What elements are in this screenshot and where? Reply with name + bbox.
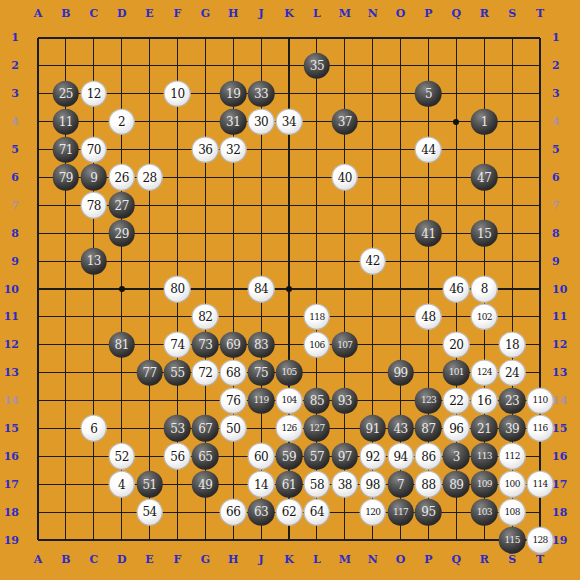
intersection-G16[interactable]: 65 bbox=[191, 442, 219, 470]
intersection-S16[interactable]: 112 bbox=[498, 442, 526, 470]
intersection-P16[interactable]: 86 bbox=[415, 442, 443, 470]
intersection-L9[interactable] bbox=[303, 247, 331, 275]
intersection-E18[interactable]: 54 bbox=[136, 498, 164, 526]
intersection-O19[interactable] bbox=[387, 526, 415, 554]
intersection-L3[interactable] bbox=[303, 80, 331, 108]
intersection-G17[interactable]: 49 bbox=[191, 470, 219, 498]
intersection-P6[interactable] bbox=[415, 164, 443, 192]
intersection-J1[interactable] bbox=[247, 24, 275, 52]
intersection-Q17[interactable]: 89 bbox=[442, 470, 470, 498]
intersection-R15[interactable]: 21 bbox=[470, 415, 498, 443]
intersection-Q18[interactable] bbox=[442, 498, 470, 526]
intersection-A10[interactable] bbox=[24, 275, 52, 303]
intersection-C10[interactable] bbox=[80, 275, 108, 303]
intersection-L19[interactable] bbox=[303, 526, 331, 554]
intersection-J13[interactable]: 75 bbox=[247, 359, 275, 387]
intersection-N1[interactable] bbox=[359, 24, 387, 52]
intersection-J7[interactable] bbox=[247, 191, 275, 219]
intersection-L14[interactable]: 85 bbox=[303, 387, 331, 415]
intersection-N18[interactable]: 120 bbox=[359, 498, 387, 526]
intersection-D5[interactable] bbox=[108, 136, 136, 164]
intersection-K16[interactable]: 59 bbox=[275, 442, 303, 470]
intersection-O13[interactable]: 99 bbox=[387, 359, 415, 387]
intersection-A16[interactable] bbox=[24, 442, 52, 470]
intersection-P19[interactable] bbox=[415, 526, 443, 554]
intersection-E13[interactable]: 77 bbox=[136, 359, 164, 387]
intersection-C5[interactable]: 70 bbox=[80, 136, 108, 164]
intersection-H10[interactable] bbox=[219, 275, 247, 303]
intersection-D1[interactable] bbox=[108, 24, 136, 52]
intersection-P7[interactable] bbox=[415, 191, 443, 219]
intersection-S14[interactable]: 23 bbox=[498, 387, 526, 415]
intersection-R18[interactable]: 103 bbox=[470, 498, 498, 526]
intersection-T5[interactable] bbox=[526, 136, 554, 164]
intersection-A17[interactable] bbox=[24, 470, 52, 498]
intersection-F10[interactable]: 80 bbox=[164, 275, 192, 303]
intersection-F9[interactable] bbox=[164, 247, 192, 275]
intersection-F2[interactable] bbox=[164, 52, 192, 80]
intersection-G5[interactable]: 36 bbox=[191, 136, 219, 164]
intersection-P18[interactable]: 95 bbox=[415, 498, 443, 526]
intersection-J6[interactable] bbox=[247, 164, 275, 192]
intersection-J12[interactable]: 83 bbox=[247, 331, 275, 359]
intersection-D13[interactable] bbox=[108, 359, 136, 387]
intersection-F19[interactable] bbox=[164, 526, 192, 554]
intersection-T14[interactable]: 110 bbox=[526, 387, 554, 415]
intersection-G3[interactable] bbox=[191, 80, 219, 108]
intersection-O15[interactable]: 43 bbox=[387, 415, 415, 443]
intersection-C4[interactable] bbox=[80, 108, 108, 136]
intersection-R17[interactable]: 109 bbox=[470, 470, 498, 498]
intersection-H12[interactable]: 69 bbox=[219, 331, 247, 359]
intersection-B6[interactable]: 79 bbox=[52, 164, 80, 192]
intersection-M11[interactable] bbox=[331, 303, 359, 331]
intersection-N19[interactable] bbox=[359, 526, 387, 554]
intersection-J2[interactable] bbox=[247, 52, 275, 80]
intersection-P12[interactable] bbox=[415, 331, 443, 359]
intersection-N17[interactable]: 98 bbox=[359, 470, 387, 498]
intersection-E6[interactable]: 28 bbox=[136, 164, 164, 192]
intersection-T11[interactable] bbox=[526, 303, 554, 331]
intersection-B1[interactable] bbox=[52, 24, 80, 52]
intersection-L1[interactable] bbox=[303, 24, 331, 52]
intersection-L5[interactable] bbox=[303, 136, 331, 164]
intersection-O12[interactable] bbox=[387, 331, 415, 359]
intersection-E15[interactable] bbox=[136, 415, 164, 443]
intersection-O5[interactable] bbox=[387, 136, 415, 164]
intersection-Q2[interactable] bbox=[442, 52, 470, 80]
intersection-F4[interactable] bbox=[164, 108, 192, 136]
intersection-P13[interactable] bbox=[415, 359, 443, 387]
intersection-F5[interactable] bbox=[164, 136, 192, 164]
intersection-D4[interactable]: 2 bbox=[108, 108, 136, 136]
intersection-B11[interactable] bbox=[52, 303, 80, 331]
intersection-K1[interactable] bbox=[275, 24, 303, 52]
intersection-B9[interactable] bbox=[52, 247, 80, 275]
intersection-B2[interactable] bbox=[52, 52, 80, 80]
intersection-C15[interactable]: 6 bbox=[80, 415, 108, 443]
intersection-Q8[interactable] bbox=[442, 219, 470, 247]
intersection-A11[interactable] bbox=[24, 303, 52, 331]
intersection-R3[interactable] bbox=[470, 80, 498, 108]
intersection-M14[interactable]: 93 bbox=[331, 387, 359, 415]
intersection-L4[interactable] bbox=[303, 108, 331, 136]
intersection-B8[interactable] bbox=[52, 219, 80, 247]
intersection-M3[interactable] bbox=[331, 80, 359, 108]
intersection-D19[interactable] bbox=[108, 526, 136, 554]
intersection-C14[interactable] bbox=[80, 387, 108, 415]
intersection-T10[interactable] bbox=[526, 275, 554, 303]
intersection-R1[interactable] bbox=[470, 24, 498, 52]
intersection-K2[interactable] bbox=[275, 52, 303, 80]
intersection-T19[interactable]: 128 bbox=[526, 526, 554, 554]
intersection-M2[interactable] bbox=[331, 52, 359, 80]
intersection-M10[interactable] bbox=[331, 275, 359, 303]
intersection-M18[interactable] bbox=[331, 498, 359, 526]
intersection-E5[interactable] bbox=[136, 136, 164, 164]
intersection-S18[interactable]: 108 bbox=[498, 498, 526, 526]
intersection-R4[interactable]: 1 bbox=[470, 108, 498, 136]
intersection-D17[interactable]: 4 bbox=[108, 470, 136, 498]
intersection-G14[interactable] bbox=[191, 387, 219, 415]
intersection-H18[interactable]: 66 bbox=[219, 498, 247, 526]
intersection-A13[interactable] bbox=[24, 359, 52, 387]
intersection-A12[interactable] bbox=[24, 331, 52, 359]
intersection-G1[interactable] bbox=[191, 24, 219, 52]
intersection-P14[interactable]: 123 bbox=[415, 387, 443, 415]
intersection-O9[interactable] bbox=[387, 247, 415, 275]
intersection-C8[interactable] bbox=[80, 219, 108, 247]
intersection-F14[interactable] bbox=[164, 387, 192, 415]
intersection-D14[interactable] bbox=[108, 387, 136, 415]
intersection-O8[interactable] bbox=[387, 219, 415, 247]
intersection-L7[interactable] bbox=[303, 191, 331, 219]
intersection-H17[interactable] bbox=[219, 470, 247, 498]
intersection-M6[interactable]: 40 bbox=[331, 164, 359, 192]
intersection-D6[interactable]: 26 bbox=[108, 164, 136, 192]
intersection-R5[interactable] bbox=[470, 136, 498, 164]
intersection-G10[interactable] bbox=[191, 275, 219, 303]
intersection-B4[interactable]: 11 bbox=[52, 108, 80, 136]
intersection-S7[interactable] bbox=[498, 191, 526, 219]
intersection-F18[interactable] bbox=[164, 498, 192, 526]
intersection-K8[interactable] bbox=[275, 219, 303, 247]
intersection-F12[interactable]: 74 bbox=[164, 331, 192, 359]
intersection-A18[interactable] bbox=[24, 498, 52, 526]
intersection-N16[interactable]: 92 bbox=[359, 442, 387, 470]
intersection-L18[interactable]: 64 bbox=[303, 498, 331, 526]
intersection-F16[interactable]: 56 bbox=[164, 442, 192, 470]
intersection-O6[interactable] bbox=[387, 164, 415, 192]
intersection-G18[interactable] bbox=[191, 498, 219, 526]
intersection-N10[interactable] bbox=[359, 275, 387, 303]
intersection-K19[interactable] bbox=[275, 526, 303, 554]
intersection-A2[interactable] bbox=[24, 52, 52, 80]
intersection-J5[interactable] bbox=[247, 136, 275, 164]
intersection-O10[interactable] bbox=[387, 275, 415, 303]
intersection-K13[interactable]: 105 bbox=[275, 359, 303, 387]
intersection-T12[interactable] bbox=[526, 331, 554, 359]
intersection-T15[interactable]: 116 bbox=[526, 415, 554, 443]
intersection-H2[interactable] bbox=[219, 52, 247, 80]
intersection-N6[interactable] bbox=[359, 164, 387, 192]
intersection-O11[interactable] bbox=[387, 303, 415, 331]
intersection-L15[interactable]: 127 bbox=[303, 415, 331, 443]
intersection-C9[interactable]: 13 bbox=[80, 247, 108, 275]
intersection-G9[interactable] bbox=[191, 247, 219, 275]
intersection-H14[interactable]: 76 bbox=[219, 387, 247, 415]
intersection-C7[interactable]: 78 bbox=[80, 191, 108, 219]
intersection-R13[interactable]: 124 bbox=[470, 359, 498, 387]
intersection-E10[interactable] bbox=[136, 275, 164, 303]
intersection-N2[interactable] bbox=[359, 52, 387, 80]
intersection-Q13[interactable]: 101 bbox=[442, 359, 470, 387]
intersection-Q6[interactable] bbox=[442, 164, 470, 192]
intersection-G12[interactable]: 73 bbox=[191, 331, 219, 359]
intersection-D12[interactable]: 81 bbox=[108, 331, 136, 359]
intersection-T8[interactable] bbox=[526, 219, 554, 247]
intersection-L10[interactable] bbox=[303, 275, 331, 303]
intersection-H13[interactable]: 68 bbox=[219, 359, 247, 387]
intersection-R7[interactable] bbox=[470, 191, 498, 219]
intersection-B17[interactable] bbox=[52, 470, 80, 498]
intersection-G13[interactable]: 72 bbox=[191, 359, 219, 387]
intersection-H7[interactable] bbox=[219, 191, 247, 219]
intersection-N8[interactable] bbox=[359, 219, 387, 247]
intersection-N14[interactable] bbox=[359, 387, 387, 415]
intersection-K11[interactable] bbox=[275, 303, 303, 331]
intersection-F17[interactable] bbox=[164, 470, 192, 498]
intersection-S17[interactable]: 100 bbox=[498, 470, 526, 498]
intersection-A15[interactable] bbox=[24, 415, 52, 443]
intersection-T9[interactable] bbox=[526, 247, 554, 275]
intersection-K6[interactable] bbox=[275, 164, 303, 192]
intersection-M17[interactable]: 38 bbox=[331, 470, 359, 498]
intersection-K5[interactable] bbox=[275, 136, 303, 164]
intersection-S15[interactable]: 39 bbox=[498, 415, 526, 443]
intersection-C13[interactable] bbox=[80, 359, 108, 387]
intersection-M7[interactable] bbox=[331, 191, 359, 219]
intersection-M4[interactable]: 37 bbox=[331, 108, 359, 136]
intersection-B15[interactable] bbox=[52, 415, 80, 443]
intersection-P3[interactable]: 5 bbox=[415, 80, 443, 108]
intersection-F7[interactable] bbox=[164, 191, 192, 219]
intersection-E3[interactable] bbox=[136, 80, 164, 108]
intersection-K18[interactable]: 62 bbox=[275, 498, 303, 526]
intersection-K12[interactable] bbox=[275, 331, 303, 359]
intersection-B16[interactable] bbox=[52, 442, 80, 470]
intersection-R9[interactable] bbox=[470, 247, 498, 275]
intersection-H6[interactable] bbox=[219, 164, 247, 192]
intersection-E11[interactable] bbox=[136, 303, 164, 331]
intersection-C12[interactable] bbox=[80, 331, 108, 359]
intersection-L8[interactable] bbox=[303, 219, 331, 247]
intersection-T3[interactable] bbox=[526, 80, 554, 108]
intersection-N4[interactable] bbox=[359, 108, 387, 136]
intersection-Q14[interactable]: 22 bbox=[442, 387, 470, 415]
intersection-G19[interactable] bbox=[191, 526, 219, 554]
intersection-D9[interactable] bbox=[108, 247, 136, 275]
intersection-B5[interactable]: 71 bbox=[52, 136, 80, 164]
intersection-J11[interactable] bbox=[247, 303, 275, 331]
intersection-L11[interactable]: 118 bbox=[303, 303, 331, 331]
intersection-D11[interactable] bbox=[108, 303, 136, 331]
intersection-G15[interactable]: 67 bbox=[191, 415, 219, 443]
intersection-S5[interactable] bbox=[498, 136, 526, 164]
intersection-J8[interactable] bbox=[247, 219, 275, 247]
intersection-M13[interactable] bbox=[331, 359, 359, 387]
intersection-Q12[interactable]: 20 bbox=[442, 331, 470, 359]
intersection-N11[interactable] bbox=[359, 303, 387, 331]
intersection-K15[interactable]: 126 bbox=[275, 415, 303, 443]
intersection-A1[interactable] bbox=[24, 24, 52, 52]
intersection-P5[interactable]: 44 bbox=[415, 136, 443, 164]
intersection-O7[interactable] bbox=[387, 191, 415, 219]
intersection-J10[interactable]: 84 bbox=[247, 275, 275, 303]
intersection-H19[interactable] bbox=[219, 526, 247, 554]
intersection-H5[interactable]: 32 bbox=[219, 136, 247, 164]
intersection-O16[interactable]: 94 bbox=[387, 442, 415, 470]
intersection-G2[interactable] bbox=[191, 52, 219, 80]
intersection-Q3[interactable] bbox=[442, 80, 470, 108]
intersection-H4[interactable]: 31 bbox=[219, 108, 247, 136]
intersection-R16[interactable]: 113 bbox=[470, 442, 498, 470]
intersection-J3[interactable]: 33 bbox=[247, 80, 275, 108]
intersection-O4[interactable] bbox=[387, 108, 415, 136]
intersection-F3[interactable]: 10 bbox=[164, 80, 192, 108]
intersection-P8[interactable]: 41 bbox=[415, 219, 443, 247]
intersection-C17[interactable] bbox=[80, 470, 108, 498]
intersection-J18[interactable]: 63 bbox=[247, 498, 275, 526]
intersection-G4[interactable] bbox=[191, 108, 219, 136]
intersection-R14[interactable]: 16 bbox=[470, 387, 498, 415]
intersection-J4[interactable]: 30 bbox=[247, 108, 275, 136]
intersection-K10[interactable] bbox=[275, 275, 303, 303]
intersection-K4[interactable]: 34 bbox=[275, 108, 303, 136]
intersection-S1[interactable] bbox=[498, 24, 526, 52]
intersection-R2[interactable] bbox=[470, 52, 498, 80]
intersection-L6[interactable] bbox=[303, 164, 331, 192]
intersection-E2[interactable] bbox=[136, 52, 164, 80]
intersection-M15[interactable] bbox=[331, 415, 359, 443]
intersection-C19[interactable] bbox=[80, 526, 108, 554]
intersection-B7[interactable] bbox=[52, 191, 80, 219]
intersection-N5[interactable] bbox=[359, 136, 387, 164]
intersection-E17[interactable]: 51 bbox=[136, 470, 164, 498]
intersection-F6[interactable] bbox=[164, 164, 192, 192]
intersection-N3[interactable] bbox=[359, 80, 387, 108]
intersection-N12[interactable] bbox=[359, 331, 387, 359]
intersection-Q15[interactable]: 96 bbox=[442, 415, 470, 443]
intersection-L17[interactable]: 58 bbox=[303, 470, 331, 498]
intersection-C1[interactable] bbox=[80, 24, 108, 52]
intersection-R12[interactable] bbox=[470, 331, 498, 359]
intersection-E12[interactable] bbox=[136, 331, 164, 359]
intersection-D16[interactable]: 52 bbox=[108, 442, 136, 470]
intersection-K7[interactable] bbox=[275, 191, 303, 219]
intersection-P15[interactable]: 87 bbox=[415, 415, 443, 443]
intersection-L16[interactable]: 57 bbox=[303, 442, 331, 470]
intersection-A3[interactable] bbox=[24, 80, 52, 108]
intersection-P1[interactable] bbox=[415, 24, 443, 52]
intersection-J17[interactable]: 14 bbox=[247, 470, 275, 498]
intersection-E4[interactable] bbox=[136, 108, 164, 136]
intersection-S6[interactable] bbox=[498, 164, 526, 192]
intersection-B3[interactable]: 25 bbox=[52, 80, 80, 108]
intersection-F8[interactable] bbox=[164, 219, 192, 247]
intersection-G6[interactable] bbox=[191, 164, 219, 192]
intersection-S3[interactable] bbox=[498, 80, 526, 108]
intersection-J14[interactable]: 119 bbox=[247, 387, 275, 415]
intersection-T7[interactable] bbox=[526, 191, 554, 219]
intersection-T16[interactable] bbox=[526, 442, 554, 470]
intersection-D3[interactable] bbox=[108, 80, 136, 108]
intersection-O3[interactable] bbox=[387, 80, 415, 108]
intersection-A6[interactable] bbox=[24, 164, 52, 192]
intersection-M16[interactable]: 97 bbox=[331, 442, 359, 470]
intersection-M1[interactable] bbox=[331, 24, 359, 52]
intersection-D18[interactable] bbox=[108, 498, 136, 526]
intersection-E9[interactable] bbox=[136, 247, 164, 275]
intersection-H8[interactable] bbox=[219, 219, 247, 247]
intersection-P9[interactable] bbox=[415, 247, 443, 275]
intersection-M8[interactable] bbox=[331, 219, 359, 247]
intersection-K9[interactable] bbox=[275, 247, 303, 275]
intersection-H3[interactable]: 19 bbox=[219, 80, 247, 108]
intersection-D15[interactable] bbox=[108, 415, 136, 443]
intersection-S13[interactable]: 24 bbox=[498, 359, 526, 387]
intersection-M12[interactable]: 107 bbox=[331, 331, 359, 359]
intersection-S8[interactable] bbox=[498, 219, 526, 247]
intersection-F11[interactable] bbox=[164, 303, 192, 331]
intersection-P4[interactable] bbox=[415, 108, 443, 136]
intersection-C16[interactable] bbox=[80, 442, 108, 470]
intersection-C3[interactable]: 12 bbox=[80, 80, 108, 108]
intersection-S9[interactable] bbox=[498, 247, 526, 275]
intersection-L2[interactable]: 35 bbox=[303, 52, 331, 80]
intersection-E19[interactable] bbox=[136, 526, 164, 554]
intersection-F1[interactable] bbox=[164, 24, 192, 52]
intersection-S4[interactable] bbox=[498, 108, 526, 136]
intersection-T18[interactable] bbox=[526, 498, 554, 526]
intersection-M5[interactable] bbox=[331, 136, 359, 164]
intersection-S2[interactable] bbox=[498, 52, 526, 80]
intersection-Q10[interactable]: 46 bbox=[442, 275, 470, 303]
intersection-P11[interactable]: 48 bbox=[415, 303, 443, 331]
intersection-A19[interactable] bbox=[24, 526, 52, 554]
intersection-N9[interactable]: 42 bbox=[359, 247, 387, 275]
intersection-F15[interactable]: 53 bbox=[164, 415, 192, 443]
intersection-K17[interactable]: 61 bbox=[275, 470, 303, 498]
intersection-H1[interactable] bbox=[219, 24, 247, 52]
intersection-B12[interactable] bbox=[52, 331, 80, 359]
intersection-D10[interactable] bbox=[108, 275, 136, 303]
intersection-E7[interactable] bbox=[136, 191, 164, 219]
intersection-Q1[interactable] bbox=[442, 24, 470, 52]
intersection-R11[interactable]: 102 bbox=[470, 303, 498, 331]
intersection-C6[interactable]: 9 bbox=[80, 164, 108, 192]
intersection-B14[interactable] bbox=[52, 387, 80, 415]
intersection-A9[interactable] bbox=[24, 247, 52, 275]
intersection-Q19[interactable] bbox=[442, 526, 470, 554]
intersection-J9[interactable] bbox=[247, 247, 275, 275]
intersection-T1[interactable] bbox=[526, 24, 554, 52]
intersection-G11[interactable]: 82 bbox=[191, 303, 219, 331]
intersection-A4[interactable] bbox=[24, 108, 52, 136]
intersection-A5[interactable] bbox=[24, 136, 52, 164]
intersection-A8[interactable] bbox=[24, 219, 52, 247]
intersection-O14[interactable] bbox=[387, 387, 415, 415]
